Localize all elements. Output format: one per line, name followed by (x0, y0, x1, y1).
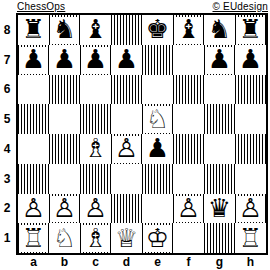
square-g2: ♛ (204, 194, 235, 224)
file-label-e: e (142, 255, 173, 269)
piece-black-pawn: ♟ (53, 45, 76, 74)
piece-black-queen: ♛ (208, 194, 231, 223)
square-f4 (173, 134, 204, 164)
square-c6 (80, 75, 111, 105)
piece-black-pawn: ♟ (84, 45, 107, 74)
piece-black-bishop: ♝ (177, 15, 200, 44)
square-c7: ♟ (80, 45, 111, 75)
square-f7 (173, 45, 204, 75)
piece-white-pawn: ♙ (53, 194, 76, 223)
square-f1 (173, 223, 204, 253)
square-h2: ♙ (235, 194, 266, 224)
square-b4 (49, 134, 80, 164)
rank-label-5: 5 (0, 104, 14, 134)
square-b2: ♙ (49, 194, 80, 224)
square-a1: ♖ (18, 223, 49, 253)
square-f3 (173, 164, 204, 194)
square-a2: ♙ (18, 194, 49, 224)
square-d3 (111, 164, 142, 194)
square-f2: ♙ (173, 194, 204, 224)
square-e8: ♚ (142, 15, 173, 45)
square-d8 (111, 15, 142, 45)
file-label-b: b (49, 255, 80, 269)
square-g5 (204, 104, 235, 134)
square-b3 (49, 164, 80, 194)
piece-black-knight: ♞ (53, 15, 76, 44)
rank-label-4: 4 (0, 134, 14, 164)
rank-label-8: 8 (0, 15, 14, 45)
rank-label-7: 7 (0, 45, 14, 75)
square-e2 (142, 194, 173, 224)
piece-black-rook: ♜ (239, 15, 262, 44)
piece-white-rook: ♖ (239, 224, 262, 253)
piece-black-pawn: ♟ (22, 45, 45, 74)
piece-white-king: ♔ (146, 224, 169, 253)
square-d5 (111, 104, 142, 134)
piece-white-bishop: ♗ (84, 134, 107, 163)
piece-white-knight: ♘ (53, 224, 76, 253)
square-c3 (80, 164, 111, 194)
square-a6 (18, 75, 49, 105)
chessops-link[interactable]: ChessOps (17, 1, 65, 13)
piece-white-rook: ♖ (22, 224, 45, 253)
file-label-f: f (173, 255, 204, 269)
square-d6 (111, 75, 142, 105)
square-g7: ♟ (204, 45, 235, 75)
square-e1: ♔ (142, 223, 173, 253)
square-g8: ♞ (204, 15, 235, 45)
square-c5 (80, 104, 111, 134)
square-h5 (235, 104, 266, 134)
piece-white-pawn: ♙ (22, 194, 45, 223)
piece-black-king: ♚ (146, 15, 169, 44)
square-b8: ♞ (49, 15, 80, 45)
eudesign-copyright-link[interactable]: © EUdesign (212, 1, 268, 13)
piece-black-pawn: ♟ (208, 45, 231, 74)
rank-label-6: 6 (0, 75, 14, 105)
square-h1: ♖ (235, 223, 266, 253)
square-g6 (204, 75, 235, 105)
square-e6 (142, 75, 173, 105)
square-c8: ♝ (80, 15, 111, 45)
piece-black-bishop: ♝ (84, 15, 107, 44)
square-a5 (18, 104, 49, 134)
square-b6 (49, 75, 80, 105)
rank-label-3: 3 (0, 164, 14, 194)
piece-white-queen: ♕ (115, 224, 138, 253)
square-e7 (142, 45, 173, 75)
square-e3 (142, 164, 173, 194)
square-h6 (235, 75, 266, 105)
square-c4: ♗ (80, 134, 111, 164)
file-label-g: g (204, 255, 235, 269)
square-d1: ♕ (111, 223, 142, 253)
piece-white-pawn: ♙ (177, 194, 200, 223)
square-d2 (111, 194, 142, 224)
square-e4: ♟ (142, 134, 173, 164)
square-a4 (18, 134, 49, 164)
piece-black-pawn: ♟ (239, 45, 262, 74)
square-a8: ♜ (18, 15, 49, 45)
file-labels: abcdefgh (18, 255, 266, 269)
piece-black-pawn: ♟ (146, 134, 169, 163)
square-d7: ♟ (111, 45, 142, 75)
square-b1: ♘ (49, 223, 80, 253)
square-d4: ♙ (111, 134, 142, 164)
rank-label-2: 2 (0, 194, 14, 224)
square-h7: ♟ (235, 45, 266, 75)
square-f5 (173, 104, 204, 134)
square-h8: ♜ (235, 15, 266, 45)
piece-black-pawn: ♟ (115, 45, 138, 74)
square-e5: ♘ (142, 104, 173, 134)
square-f6 (173, 75, 204, 105)
square-c2: ♙ (80, 194, 111, 224)
piece-white-pawn: ♙ (239, 194, 262, 223)
piece-black-knight: ♞ (208, 15, 231, 44)
file-label-c: c (80, 255, 111, 269)
chess-diagram: ChessOps © EUdesign 87654321 ♜♞♝♚♝♞♜♟♟♟♟… (0, 0, 270, 270)
piece-black-rook: ♜ (22, 15, 45, 44)
square-b5 (49, 104, 80, 134)
square-f8: ♝ (173, 15, 204, 45)
square-h3 (235, 164, 266, 194)
square-c1: ♗ (80, 223, 111, 253)
square-b7: ♟ (49, 45, 80, 75)
square-g4 (204, 134, 235, 164)
rank-labels: 87654321 (0, 15, 14, 253)
square-h4 (235, 134, 266, 164)
piece-white-pawn: ♙ (115, 134, 138, 163)
rank-label-1: 1 (0, 223, 14, 253)
piece-white-bishop: ♗ (84, 224, 107, 253)
piece-white-pawn: ♙ (84, 194, 107, 223)
square-a3 (18, 164, 49, 194)
square-a7: ♟ (18, 45, 49, 75)
file-label-h: h (235, 255, 266, 269)
file-label-d: d (111, 255, 142, 269)
file-label-a: a (18, 255, 49, 269)
square-g3 (204, 164, 235, 194)
piece-white-knight: ♘ (146, 105, 169, 134)
chessboard: ♜♞♝♚♝♞♜♟♟♟♟♟♟♘♗♙♟♙♙♙♙♛♙♖♘♗♕♔♖ (16, 13, 268, 255)
square-g1 (204, 223, 235, 253)
